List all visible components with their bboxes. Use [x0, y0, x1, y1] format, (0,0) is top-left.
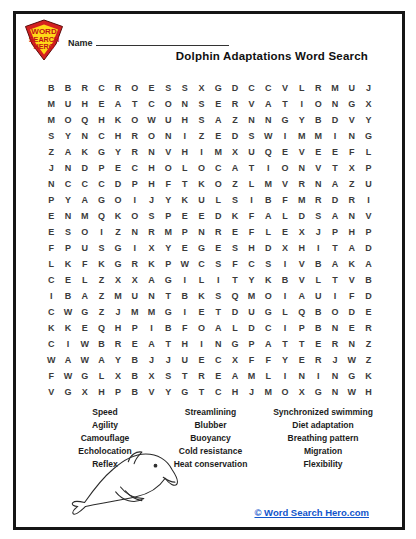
grid-cell-r7c6[interactable]: P	[126, 176, 143, 192]
grid-cell-r15c5[interactable]: J	[110, 304, 127, 320]
grid-cell-r13c2[interactable]: E	[60, 272, 77, 288]
grid-cell-r10c8[interactable]: M	[160, 224, 177, 240]
grid-cell-r10c19[interactable]: H	[343, 224, 360, 240]
grid-cell-r12c9[interactable]: W	[177, 256, 194, 272]
grid-cell-r3c2[interactable]: O	[60, 112, 77, 128]
grid-cell-r1c4[interactable]: C	[93, 80, 110, 96]
grid-cell-r9c11[interactable]: D	[210, 208, 227, 224]
grid-cell-r9c1[interactable]: E	[43, 208, 60, 224]
grid-cell-r5c14[interactable]: Q	[260, 144, 277, 160]
grid-cell-r18c16[interactable]: E	[293, 352, 310, 368]
grid-cell-r18c5[interactable]: Y	[110, 352, 127, 368]
grid-cell-r15c10[interactable]: E	[193, 304, 210, 320]
grid-cell-r20c12[interactable]: H	[227, 384, 244, 400]
grid-cell-r13c3[interactable]: L	[76, 272, 93, 288]
grid-cell-r7c20[interactable]: U	[360, 176, 377, 192]
grid-cell-r6c9[interactable]: L	[177, 160, 194, 176]
grid-cell-r3c18[interactable]: D	[327, 112, 344, 128]
grid-cell-r8c13[interactable]: I	[243, 192, 260, 208]
grid-cell-r7c1[interactable]: N	[43, 176, 60, 192]
grid-cell-r11c10[interactable]: G	[193, 240, 210, 256]
grid-cell-r17c11[interactable]: N	[210, 336, 227, 352]
grid-cell-r9c19[interactable]: N	[343, 208, 360, 224]
grid-cell-r9c13[interactable]: F	[243, 208, 260, 224]
grid-cell-r12c6[interactable]: R	[126, 256, 143, 272]
grid-cell-r6c10[interactable]: O	[193, 160, 210, 176]
grid-cell-r15c18[interactable]: O	[327, 304, 344, 320]
grid-cell-r8c15[interactable]: F	[277, 192, 294, 208]
grid-cell-r1c1[interactable]: B	[43, 80, 60, 96]
grid-cell-r8c2[interactable]: Y	[60, 192, 77, 208]
grid-cell-r5c9[interactable]: H	[177, 144, 194, 160]
grid-cell-r17c1[interactable]: C	[43, 336, 60, 352]
grid-cell-r19c5[interactable]: X	[110, 368, 127, 384]
grid-cell-r7c8[interactable]: F	[160, 176, 177, 192]
grid-cell-r11c19[interactable]: A	[343, 240, 360, 256]
grid-cell-r6c18[interactable]: T	[327, 160, 344, 176]
grid-cell-r4c6[interactable]: R	[126, 128, 143, 144]
grid-cell-r18c15[interactable]: Y	[277, 352, 294, 368]
grid-cell-r3c14[interactable]: N	[260, 112, 277, 128]
grid-cell-r17c9[interactable]: H	[177, 336, 194, 352]
grid-cell-r6c5[interactable]: E	[110, 160, 127, 176]
grid-cell-r11c20[interactable]: D	[360, 240, 377, 256]
grid-cell-r4c11[interactable]: E	[210, 128, 227, 144]
grid-cell-r14c4[interactable]: Z	[93, 288, 110, 304]
grid-cell-r7c9[interactable]: T	[177, 176, 194, 192]
grid-cell-r17c3[interactable]: W	[76, 336, 93, 352]
grid-cell-r2c2[interactable]: U	[60, 96, 77, 112]
grid-cell-r7c19[interactable]: Z	[343, 176, 360, 192]
grid-cell-r6c1[interactable]: J	[43, 160, 60, 176]
grid-cell-r16c7[interactable]: I	[143, 320, 160, 336]
grid-cell-r15c7[interactable]: M	[143, 304, 160, 320]
grid-cell-r13c11[interactable]: I	[210, 272, 227, 288]
grid-cell-r9c9[interactable]: E	[177, 208, 194, 224]
grid-cell-r1c5[interactable]: R	[110, 80, 127, 96]
grid-cell-r5c19[interactable]: F	[343, 144, 360, 160]
grid-cell-r2c10[interactable]: S	[193, 96, 210, 112]
grid-cell-r4c8[interactable]: N	[160, 128, 177, 144]
grid-cell-r6c15[interactable]: O	[277, 160, 294, 176]
grid-cell-r18c2[interactable]: A	[60, 352, 77, 368]
grid-cell-r16c10[interactable]: O	[193, 320, 210, 336]
grid-cell-r3c19[interactable]: V	[343, 112, 360, 128]
grid-cell-r5c15[interactable]: E	[277, 144, 294, 160]
grid-cell-r12c5[interactable]: G	[110, 256, 127, 272]
grid-cell-r8c4[interactable]: G	[93, 192, 110, 208]
grid-cell-r18c13[interactable]: F	[243, 352, 260, 368]
grid-cell-r7c5[interactable]: D	[110, 176, 127, 192]
grid-cell-r2c14[interactable]: A	[260, 96, 277, 112]
grid-cell-r14c17[interactable]: U	[310, 288, 327, 304]
grid-cell-r5c8[interactable]: V	[160, 144, 177, 160]
grid-cell-r6c3[interactable]: D	[76, 160, 93, 176]
grid-cell-r12c19[interactable]: K	[343, 256, 360, 272]
grid-cell-r12c16[interactable]: V	[293, 256, 310, 272]
grid-cell-r14c18[interactable]: I	[327, 288, 344, 304]
grid-cell-r10c6[interactable]: N	[126, 224, 143, 240]
grid-cell-r11c18[interactable]: T	[327, 240, 344, 256]
grid-cell-r8c19[interactable]: R	[343, 192, 360, 208]
grid-cell-r15c19[interactable]: D	[343, 304, 360, 320]
grid-cell-r14c16[interactable]: A	[293, 288, 310, 304]
grid-cell-r2c9[interactable]: N	[177, 96, 194, 112]
grid-cell-r1c17[interactable]: R	[310, 80, 327, 96]
grid-cell-r5c2[interactable]: A	[60, 144, 77, 160]
grid-cell-r20c4[interactable]: H	[93, 384, 110, 400]
grid-cell-r20c6[interactable]: B	[126, 384, 143, 400]
grid-cell-r7c13[interactable]: L	[243, 176, 260, 192]
grid-cell-r8c18[interactable]: D	[327, 192, 344, 208]
grid-cell-r10c11[interactable]: R	[210, 224, 227, 240]
grid-cell-r7c14[interactable]: M	[260, 176, 277, 192]
grid-cell-r5c16[interactable]: V	[293, 144, 310, 160]
grid-cell-r12c17[interactable]: B	[310, 256, 327, 272]
grid-cell-r6c6[interactable]: C	[126, 160, 143, 176]
grid-cell-r11c9[interactable]: E	[177, 240, 194, 256]
grid-cell-r13c12[interactable]: T	[227, 272, 244, 288]
grid-cell-r20c8[interactable]: Y	[160, 384, 177, 400]
grid-cell-r13c6[interactable]: X	[126, 272, 143, 288]
grid-cell-r2c4[interactable]: E	[93, 96, 110, 112]
grid-cell-r16c1[interactable]: K	[43, 320, 60, 336]
grid-cell-r18c7[interactable]: J	[143, 352, 160, 368]
grid-cell-r6c13[interactable]: T	[243, 160, 260, 176]
grid-cell-r14c13[interactable]: M	[243, 288, 260, 304]
grid-cell-r13c18[interactable]: T	[327, 272, 344, 288]
grid-cell-r20c11[interactable]: C	[210, 384, 227, 400]
grid-cell-r20c2[interactable]: G	[60, 384, 77, 400]
grid-cell-r18c18[interactable]: J	[327, 352, 344, 368]
grid-cell-r10c17[interactable]: J	[310, 224, 327, 240]
grid-cell-r12c1[interactable]: L	[43, 256, 60, 272]
grid-cell-r15c17[interactable]: B	[310, 304, 327, 320]
grid-cell-r12c18[interactable]: A	[327, 256, 344, 272]
grid-cell-r17c19[interactable]: N	[343, 336, 360, 352]
grid-cell-r16c5[interactable]: H	[110, 320, 127, 336]
grid-cell-r20c15[interactable]: O	[277, 384, 294, 400]
grid-cell-r3c3[interactable]: Q	[76, 112, 93, 128]
grid-cell-r3c10[interactable]: S	[193, 112, 210, 128]
grid-cell-r1c20[interactable]: J	[360, 80, 377, 96]
grid-cell-r18c10[interactable]: E	[193, 352, 210, 368]
grid-cell-r1c3[interactable]: R	[76, 80, 93, 96]
grid-cell-r11c15[interactable]: X	[277, 240, 294, 256]
grid-cell-r14c7[interactable]: N	[143, 288, 160, 304]
grid-cell-r7c15[interactable]: V	[277, 176, 294, 192]
grid-cell-r11c14[interactable]: D	[260, 240, 277, 256]
grid-cell-r19c2[interactable]: W	[60, 368, 77, 384]
grid-cell-r12c4[interactable]: K	[93, 256, 110, 272]
grid-cell-r9c14[interactable]: A	[260, 208, 277, 224]
grid-cell-r15c8[interactable]: G	[160, 304, 177, 320]
grid-cell-r10c20[interactable]: P	[360, 224, 377, 240]
grid-cell-r8c16[interactable]: M	[293, 192, 310, 208]
grid-cell-r7c11[interactable]: O	[210, 176, 227, 192]
grid-cell-r15c3[interactable]: G	[76, 304, 93, 320]
grid-cell-r13c8[interactable]: G	[160, 272, 177, 288]
grid-cell-r1c16[interactable]: L	[293, 80, 310, 96]
grid-cell-r14c5[interactable]: M	[110, 288, 127, 304]
grid-cell-r19c17[interactable]: I	[310, 368, 327, 384]
grid-cell-r4c5[interactable]: H	[110, 128, 127, 144]
grid-cell-r3c13[interactable]: N	[243, 112, 260, 128]
grid-cell-r12c12[interactable]: F	[227, 256, 244, 272]
grid-cell-r9c2[interactable]: N	[60, 208, 77, 224]
grid-cell-r4c1[interactable]: S	[43, 128, 60, 144]
grid-cell-r20c10[interactable]: T	[193, 384, 210, 400]
grid-cell-r14c10[interactable]: K	[193, 288, 210, 304]
grid-cell-r13c10[interactable]: L	[193, 272, 210, 288]
grid-cell-r15c16[interactable]: Q	[293, 304, 310, 320]
grid-cell-r10c18[interactable]: P	[327, 224, 344, 240]
grid-cell-r2c5[interactable]: A	[110, 96, 127, 112]
grid-cell-r17c4[interactable]: B	[93, 336, 110, 352]
grid-cell-r20c5[interactable]: P	[110, 384, 127, 400]
grid-cell-r2c17[interactable]: O	[310, 96, 327, 112]
grid-cell-r7c7[interactable]: H	[143, 176, 160, 192]
grid-cell-r6c12[interactable]: A	[227, 160, 244, 176]
grid-cell-r17c14[interactable]: A	[260, 336, 277, 352]
grid-cell-r3c8[interactable]: U	[160, 112, 177, 128]
grid-cell-r12c2[interactable]: K	[60, 256, 77, 272]
grid-cell-r3c17[interactable]: B	[310, 112, 327, 128]
grid-cell-r7c4[interactable]: C	[93, 176, 110, 192]
grid-cell-r19c3[interactable]: G	[76, 368, 93, 384]
grid-cell-r12c11[interactable]: S	[210, 256, 227, 272]
grid-cell-r19c9[interactable]: T	[177, 368, 194, 384]
grid-cell-r3c16[interactable]: Y	[293, 112, 310, 128]
grid-cell-r19c10[interactable]: R	[193, 368, 210, 384]
grid-cell-r4c12[interactable]: D	[227, 128, 244, 144]
grid-cell-r13c13[interactable]: Y	[243, 272, 260, 288]
grid-cell-r4c20[interactable]: G	[360, 128, 377, 144]
grid-cell-r18c3[interactable]: W	[76, 352, 93, 368]
grid-cell-r9c4[interactable]: Q	[93, 208, 110, 224]
grid-cell-r4c2[interactable]: Y	[60, 128, 77, 144]
grid-cell-r8c20[interactable]: I	[360, 192, 377, 208]
grid-cell-r3c5[interactable]: K	[110, 112, 127, 128]
grid-cell-r7c12[interactable]: Z	[227, 176, 244, 192]
grid-cell-r16c9[interactable]: F	[177, 320, 194, 336]
grid-cell-r15c2[interactable]: W	[60, 304, 77, 320]
grid-cell-r13c7[interactable]: A	[143, 272, 160, 288]
grid-cell-r4c10[interactable]: Z	[193, 128, 210, 144]
grid-cell-r1c18[interactable]: M	[327, 80, 344, 96]
grid-cell-r18c1[interactable]: W	[43, 352, 60, 368]
grid-cell-r11c11[interactable]: E	[210, 240, 227, 256]
grid-cell-r10c1[interactable]: E	[43, 224, 60, 240]
grid-cell-r2c3[interactable]: H	[76, 96, 93, 112]
grid-cell-r4c13[interactable]: S	[243, 128, 260, 144]
grid-cell-r20c18[interactable]: N	[327, 384, 344, 400]
grid-cell-r2c13[interactable]: V	[243, 96, 260, 112]
grid-cell-r12c13[interactable]: C	[243, 256, 260, 272]
grid-cell-r12c7[interactable]: K	[143, 256, 160, 272]
grid-cell-r16c17[interactable]: B	[310, 320, 327, 336]
grid-cell-r10c7[interactable]: R	[143, 224, 160, 240]
grid-cell-r15c12[interactable]: D	[227, 304, 244, 320]
grid-cell-r20c20[interactable]: H	[360, 384, 377, 400]
grid-cell-r4c7[interactable]: O	[143, 128, 160, 144]
grid-cell-r5c12[interactable]: X	[227, 144, 244, 160]
grid-cell-r17c8[interactable]: T	[160, 336, 177, 352]
grid-cell-r1c8[interactable]: S	[160, 80, 177, 96]
grid-cell-r5c20[interactable]: L	[360, 144, 377, 160]
grid-cell-r16c20[interactable]: R	[360, 320, 377, 336]
grid-cell-r18c4[interactable]: A	[93, 352, 110, 368]
grid-cell-r8c12[interactable]: S	[227, 192, 244, 208]
grid-cell-r10c12[interactable]: E	[227, 224, 244, 240]
grid-cell-r8c9[interactable]: K	[177, 192, 194, 208]
grid-cell-r15c11[interactable]: T	[210, 304, 227, 320]
grid-cell-r16c8[interactable]: B	[160, 320, 177, 336]
grid-cell-r18c12[interactable]: X	[227, 352, 244, 368]
grid-cell-r3c12[interactable]: Z	[227, 112, 244, 128]
grid-cell-r13c14[interactable]: K	[260, 272, 277, 288]
grid-cell-r3c7[interactable]: W	[143, 112, 160, 128]
grid-cell-r16c4[interactable]: Q	[93, 320, 110, 336]
grid-cell-r6c14[interactable]: I	[260, 160, 277, 176]
grid-cell-r11c6[interactable]: I	[126, 240, 143, 256]
grid-cell-r8c14[interactable]: B	[260, 192, 277, 208]
grid-cell-r20c9[interactable]: G	[177, 384, 194, 400]
grid-cell-r17c10[interactable]: I	[193, 336, 210, 352]
grid-cell-r3c4[interactable]: H	[93, 112, 110, 128]
grid-cell-r11c13[interactable]: H	[243, 240, 260, 256]
grid-cell-r14c19[interactable]: F	[343, 288, 360, 304]
grid-cell-r20c1[interactable]: V	[43, 384, 60, 400]
grid-cell-r4c17[interactable]: M	[310, 128, 327, 144]
grid-cell-r11c2[interactable]: P	[60, 240, 77, 256]
grid-cell-r11c1[interactable]: F	[43, 240, 60, 256]
grid-cell-r10c5[interactable]: Z	[110, 224, 127, 240]
grid-cell-r14c12[interactable]: Q	[227, 288, 244, 304]
grid-cell-r8c11[interactable]: L	[210, 192, 227, 208]
grid-cell-r9c6[interactable]: O	[126, 208, 143, 224]
grid-cell-r17c12[interactable]: G	[227, 336, 244, 352]
grid-cell-r20c7[interactable]: V	[143, 384, 160, 400]
grid-cell-r2c18[interactable]: N	[327, 96, 344, 112]
grid-cell-r14c9[interactable]: B	[177, 288, 194, 304]
grid-cell-r19c20[interactable]: K	[360, 368, 377, 384]
grid-cell-r17c7[interactable]: A	[143, 336, 160, 352]
grid-cell-r17c6[interactable]: E	[126, 336, 143, 352]
word-search-hero-credit-link[interactable]: © Word Search Hero.com	[254, 507, 369, 518]
grid-cell-r1c19[interactable]: U	[343, 80, 360, 96]
grid-cell-r4c14[interactable]: W	[260, 128, 277, 144]
grid-cell-r14c2[interactable]: B	[60, 288, 77, 304]
grid-cell-r12c15[interactable]: I	[277, 256, 294, 272]
grid-cell-r15c14[interactable]: G	[260, 304, 277, 320]
grid-cell-r2c15[interactable]: T	[277, 96, 294, 112]
grid-cell-r4c18[interactable]: I	[327, 128, 344, 144]
grid-cell-r3c1[interactable]: M	[43, 112, 60, 128]
grid-cell-r19c19[interactable]: G	[343, 368, 360, 384]
grid-cell-r18c19[interactable]: W	[343, 352, 360, 368]
grid-cell-r3c15[interactable]: G	[277, 112, 294, 128]
grid-cell-r9c18[interactable]: A	[327, 208, 344, 224]
grid-cell-r20c14[interactable]: M	[260, 384, 277, 400]
grid-cell-r18c8[interactable]: J	[160, 352, 177, 368]
grid-cell-r20c16[interactable]: X	[293, 384, 310, 400]
grid-cell-r5c10[interactable]: I	[193, 144, 210, 160]
grid-cell-r16c11[interactable]: A	[210, 320, 227, 336]
grid-cell-r2c20[interactable]: X	[360, 96, 377, 112]
grid-cell-r2c16[interactable]: I	[293, 96, 310, 112]
grid-cell-r14c11[interactable]: S	[210, 288, 227, 304]
grid-cell-r11c5[interactable]: G	[110, 240, 127, 256]
grid-cell-r6c16[interactable]: N	[293, 160, 310, 176]
grid-cell-r2c11[interactable]: E	[210, 96, 227, 112]
grid-cell-r5c11[interactable]: M	[210, 144, 227, 160]
grid-cell-r10c13[interactable]: F	[243, 224, 260, 240]
grid-cell-r1c9[interactable]: S	[177, 80, 194, 96]
grid-cell-r15c15[interactable]: L	[277, 304, 294, 320]
grid-cell-r13c20[interactable]: B	[360, 272, 377, 288]
grid-cell-r18c17[interactable]: R	[310, 352, 327, 368]
grid-cell-r4c16[interactable]: M	[293, 128, 310, 144]
grid-cell-r15c9[interactable]: I	[177, 304, 194, 320]
grid-cell-r1c14[interactable]: C	[260, 80, 277, 96]
grid-cell-r9c20[interactable]: V	[360, 208, 377, 224]
grid-cell-r4c15[interactable]: I	[277, 128, 294, 144]
grid-cell-r2c1[interactable]: M	[43, 96, 60, 112]
grid-cell-r15c6[interactable]: M	[126, 304, 143, 320]
grid-cell-r5c18[interactable]: E	[327, 144, 344, 160]
grid-cell-r17c13[interactable]: P	[243, 336, 260, 352]
grid-cell-r2c8[interactable]: O	[160, 96, 177, 112]
grid-cell-r19c13[interactable]: M	[243, 368, 260, 384]
grid-cell-r8c7[interactable]: J	[143, 192, 160, 208]
grid-cell-r3c9[interactable]: H	[177, 112, 194, 128]
grid-cell-r18c9[interactable]: U	[177, 352, 194, 368]
grid-cell-r4c19[interactable]: N	[343, 128, 360, 144]
grid-cell-r5c5[interactable]: Y	[110, 144, 127, 160]
grid-cell-r15c1[interactable]: C	[43, 304, 60, 320]
grid-cell-r2c6[interactable]: T	[126, 96, 143, 112]
grid-cell-r5c1[interactable]: Z	[43, 144, 60, 160]
grid-cell-r7c17[interactable]: N	[310, 176, 327, 192]
grid-cell-r15c20[interactable]: E	[360, 304, 377, 320]
grid-cell-r8c8[interactable]: Y	[160, 192, 177, 208]
grid-cell-r11c17[interactable]: I	[310, 240, 327, 256]
grid-cell-r14c8[interactable]: T	[160, 288, 177, 304]
grid-cell-r1c10[interactable]: X	[193, 80, 210, 96]
grid-cell-r19c12[interactable]: A	[227, 368, 244, 384]
grid-cell-r14c1[interactable]: I	[43, 288, 60, 304]
grid-cell-r11c4[interactable]: S	[93, 240, 110, 256]
grid-cell-r15c13[interactable]: U	[243, 304, 260, 320]
grid-cell-r14c15[interactable]: I	[277, 288, 294, 304]
grid-cell-r20c17[interactable]: G	[310, 384, 327, 400]
grid-cell-r16c18[interactable]: N	[327, 320, 344, 336]
grid-cell-r2c7[interactable]: C	[143, 96, 160, 112]
grid-cell-r13c17[interactable]: L	[310, 272, 327, 288]
grid-cell-r9c10[interactable]: E	[193, 208, 210, 224]
grid-cell-r4c4[interactable]: C	[93, 128, 110, 144]
grid-cell-r9c3[interactable]: M	[76, 208, 93, 224]
grid-cell-r6c4[interactable]: P	[93, 160, 110, 176]
grid-cell-r10c16[interactable]: X	[293, 224, 310, 240]
grid-cell-r16c13[interactable]: D	[243, 320, 260, 336]
grid-cell-r16c2[interactable]: K	[60, 320, 77, 336]
grid-cell-r20c13[interactable]: J	[243, 384, 260, 400]
grid-cell-r7c18[interactable]: A	[327, 176, 344, 192]
grid-cell-r12c20[interactable]: A	[360, 256, 377, 272]
grid-cell-r13c15[interactable]: B	[277, 272, 294, 288]
